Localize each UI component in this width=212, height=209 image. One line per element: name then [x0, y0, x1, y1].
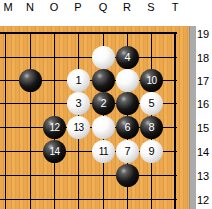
stone-R15: 6	[116, 116, 139, 139]
stone-P16: 3	[67, 92, 90, 115]
stone-R18: 4	[116, 46, 139, 69]
grid-line-col-N	[30, 33, 31, 209]
stone-S16: 5	[140, 92, 163, 115]
stone-R13	[116, 164, 139, 187]
row-label-13: 13	[197, 170, 212, 183]
stone-R16	[116, 92, 139, 115]
grid-line-col-T	[174, 33, 176, 209]
stone-O14: 14	[43, 140, 66, 163]
column-label-O: O	[46, 1, 62, 13]
row-label-16: 16	[197, 98, 212, 111]
go-board-diagram: MNOPQRST1918171615141312 411032512136814…	[0, 0, 212, 209]
stone-Q16: 2	[92, 92, 115, 115]
board-edge-shadow	[189, 26, 196, 209]
row-label-18: 18	[197, 52, 212, 65]
stone-S14: 9	[140, 140, 163, 163]
stone-R17	[116, 69, 139, 92]
stone-S17: 10	[140, 69, 163, 92]
stone-Q14: 11	[92, 140, 115, 163]
grid-line-row-12	[0, 199, 177, 200]
grid-line-row-18	[0, 57, 177, 58]
stone-S15: 8	[140, 116, 163, 139]
column-label-S: S	[143, 1, 159, 13]
column-label-R: R	[119, 1, 135, 13]
stone-O15: 12	[43, 116, 66, 139]
grid-line-col-M	[5, 33, 6, 209]
row-label-17: 17	[197, 75, 212, 88]
stone-Q15	[92, 116, 115, 139]
stone-P15: 13	[67, 116, 90, 139]
grid-line-row-19	[0, 32, 177, 34]
row-label-19: 19	[197, 28, 212, 41]
stone-R14: 7	[116, 140, 139, 163]
grid-line-row-13	[0, 175, 177, 176]
column-label-Q: Q	[95, 1, 111, 13]
column-label-M: M	[0, 1, 16, 13]
stone-N17	[19, 69, 42, 92]
stone-Q17	[92, 69, 115, 92]
stone-Q18	[92, 46, 115, 69]
column-label-N: N	[22, 1, 38, 13]
column-label-P: P	[70, 1, 86, 13]
row-label-12: 12	[197, 194, 212, 207]
row-label-14: 14	[197, 146, 212, 159]
row-label-15: 15	[197, 122, 212, 135]
column-label-T: T	[167, 1, 183, 13]
stone-P17: 1	[67, 69, 90, 92]
